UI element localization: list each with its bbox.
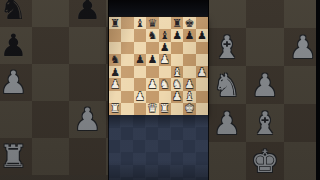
square-a6[interactable] [109,42,121,54]
square-e8[interactable] [159,17,171,29]
square-f1[interactable] [171,103,183,115]
square-e7[interactable]: ♝ [159,29,171,41]
square-d2[interactable] [146,91,158,103]
square-f2[interactable]: ♟ [171,91,183,103]
white-pawn-c2[interactable]: ♟ [135,91,145,102]
white-knight-f3[interactable]: ♞ [172,79,182,90]
square-d6[interactable] [146,42,158,54]
square-h7[interactable]: ♟ [196,29,208,41]
square-a5[interactable]: ♞ [109,54,121,66]
black-bishop-c8[interactable]: ♝ [135,18,145,29]
square-a4[interactable]: ♟ [109,66,121,78]
square-g3[interactable]: ♟ [183,78,195,90]
video-frame: ♜♝♛♜♚♞♝♟♟♟♟♞♟♟♟♟♝♟♟♟♞♞♟♟♟♝♜♛♜♚ ♜♝♛♜♚♞♝♟♟… [0,0,320,180]
square-e1[interactable]: ♜ [159,103,171,115]
square-b8[interactable] [121,17,133,29]
square-c3[interactable] [134,78,146,90]
square-h8[interactable] [196,17,208,29]
video-edge-seam-left [108,0,109,180]
chess-board[interactable]: ♜♝♛♜♚♞♝♟♟♟♟♞♟♟♟♟♝♟♟♟♞♞♟♟♟♝♜♛♜♚ [109,17,208,115]
square-a8[interactable]: ♜ [109,17,121,29]
square-f6[interactable] [171,42,183,54]
black-king-g8[interactable]: ♚ [185,18,195,29]
white-king-g1[interactable]: ♚ [185,103,195,114]
square-g2[interactable]: ♝ [183,91,195,103]
white-bishop-f4[interactable]: ♝ [172,67,182,78]
square-d4[interactable] [146,66,158,78]
video-center-column: ♜♝♛♜♚♞♝♟♟♟♟♞♟♟♟♟♝♟♟♟♞♞♟♟♟♝♜♛♜♚ [108,0,209,180]
square-b1[interactable] [121,103,133,115]
square-f8[interactable]: ♜ [171,17,183,29]
square-g4[interactable] [183,66,195,78]
square-b4[interactable] [121,66,133,78]
square-h6[interactable] [196,42,208,54]
black-pawn-h7[interactable]: ♟ [197,30,207,41]
white-queen-d1[interactable]: ♛ [147,103,157,114]
square-c4[interactable] [134,66,146,78]
square-g5[interactable] [183,54,195,66]
square-b5[interactable] [121,54,133,66]
square-g1[interactable]: ♚ [183,103,195,115]
square-h4[interactable]: ♟ [196,66,208,78]
square-e3[interactable]: ♞ [159,78,171,90]
square-f5[interactable] [171,54,183,66]
white-knight-e3[interactable]: ♞ [160,79,170,90]
black-pawn-a4[interactable]: ♟ [110,67,120,78]
square-g8[interactable]: ♚ [183,17,195,29]
square-a7[interactable] [109,29,121,41]
square-c5[interactable]: ♟ [134,54,146,66]
square-g6[interactable] [183,42,195,54]
frame-edge-bar [316,0,320,180]
square-c6[interactable] [134,42,146,54]
black-pawn-c5[interactable]: ♟ [135,54,145,65]
square-b3[interactable] [121,78,133,90]
square-d8[interactable]: ♛ [146,17,158,29]
square-b6[interactable] [121,42,133,54]
black-rook-f8[interactable]: ♜ [172,18,182,29]
white-rook-a1[interactable]: ♜ [110,103,120,114]
black-pawn-d5[interactable]: ♟ [147,54,157,65]
dim-overlay [0,0,108,180]
square-d1[interactable]: ♛ [146,103,158,115]
blurred-fill-right: ♜♝♛♜♚♞♝♟♟♟♟♞♟♟♟♟♝♟♟♟♞♞♟♟♟♝♜♛♜♚ [209,0,320,180]
black-pawn-g7[interactable]: ♟ [185,30,195,41]
square-g7[interactable]: ♟ [183,29,195,41]
white-bishop-g2[interactable]: ♝ [185,91,195,102]
square-d3[interactable]: ♟ [146,78,158,90]
square-f4[interactable]: ♝ [171,66,183,78]
square-h1[interactable] [196,103,208,115]
square-a2[interactable] [109,91,121,103]
square-b2[interactable] [121,91,133,103]
square-a1[interactable]: ♜ [109,103,121,115]
white-pawn-h4[interactable]: ♟ [197,67,207,78]
square-c7[interactable] [134,29,146,41]
white-pawn-a3[interactable]: ♟ [110,79,120,90]
square-d7[interactable]: ♞ [146,29,158,41]
square-c8[interactable]: ♝ [134,17,146,29]
video-edge-seam-right [208,0,209,180]
white-pawn-d3[interactable]: ♟ [147,79,157,90]
square-f3[interactable]: ♞ [171,78,183,90]
square-h3[interactable] [196,78,208,90]
square-e2[interactable] [159,91,171,103]
white-pawn-e5[interactable]: ♟ [160,54,170,65]
square-d5[interactable]: ♟ [146,54,158,66]
white-pawn-g3[interactable]: ♟ [185,79,195,90]
black-pawn-e6[interactable]: ♟ [160,42,170,53]
square-f7[interactable]: ♟ [171,29,183,41]
black-rook-a8[interactable]: ♜ [110,18,120,29]
black-knight-a5[interactable]: ♞ [110,54,120,65]
letterbox-top [108,0,209,17]
square-c1[interactable] [134,103,146,115]
white-pawn-f2[interactable]: ♟ [172,91,182,102]
square-h5[interactable] [196,54,208,66]
black-knight-d7[interactable]: ♞ [147,30,157,41]
square-h2[interactable] [196,91,208,103]
dim-overlay [209,0,320,180]
blurred-fill-left: ♜♝♛♜♚♞♝♟♟♟♟♞♟♟♟♟♝♟♟♟♞♞♟♟♟♝♜♛♜♚ [0,0,108,180]
video-background-panel [108,115,209,180]
square-e5[interactable]: ♟ [159,54,171,66]
square-b7[interactable] [121,29,133,41]
black-bishop-e7[interactable]: ♝ [160,30,170,41]
square-c2[interactable]: ♟ [134,91,146,103]
black-queen-d8[interactable]: ♛ [147,18,157,29]
black-pawn-f7[interactable]: ♟ [172,30,182,41]
square-e6[interactable]: ♟ [159,42,171,54]
square-e4[interactable] [159,66,171,78]
white-rook-e1[interactable]: ♜ [160,103,170,114]
square-a3[interactable]: ♟ [109,78,121,90]
